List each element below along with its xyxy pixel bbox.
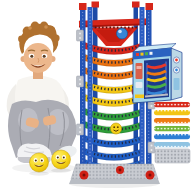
red-strip	[154, 102, 190, 107]
tower-base	[69, 164, 160, 184]
product-box	[133, 44, 183, 106]
tower-cap-back-left	[92, 2, 100, 8]
yellow-strip	[154, 110, 190, 115]
orange-strip	[154, 118, 190, 123]
spare-base-plate	[155, 149, 190, 163]
product-photo	[0, 0, 192, 192]
box-side-face	[171, 48, 182, 100]
smiley-ball-right	[52, 150, 71, 169]
spare-strips	[154, 102, 190, 147]
blue-strip	[154, 134, 190, 139]
box-front-art	[144, 59, 169, 100]
scene-canvas	[0, 0, 192, 192]
boy	[7, 22, 78, 173]
yellow-smiley-marble	[111, 123, 122, 134]
green-strip	[154, 126, 190, 131]
light-blue-strip	[154, 142, 190, 147]
blue-marble	[117, 28, 128, 39]
tower-cap-back-right	[132, 2, 140, 8]
smiley-ball-left	[30, 153, 49, 172]
